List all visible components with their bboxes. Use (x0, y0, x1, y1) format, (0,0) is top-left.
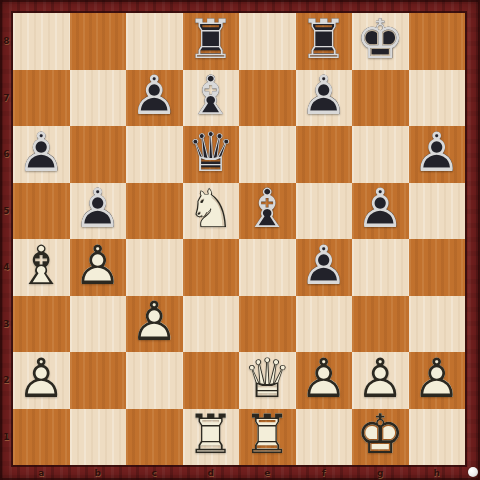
square-d1[interactable]: ♜♖ (183, 409, 240, 466)
file-label-f: f (296, 465, 353, 480)
square-h1[interactable] (409, 409, 466, 466)
square-f6[interactable] (296, 126, 353, 183)
square-b1[interactable] (70, 409, 127, 466)
file-label-a: a (13, 465, 70, 480)
piece-black-pawn[interactable]: ♟♙ (13, 126, 70, 183)
square-f4[interactable]: ♟♙ (296, 239, 353, 296)
square-g2[interactable]: ♟♙ (352, 352, 409, 409)
piece-black-pawn[interactable]: ♟♙ (352, 183, 409, 240)
file-label-c: c (126, 465, 183, 480)
square-h5[interactable] (409, 183, 466, 240)
square-d8[interactable]: ♜♖ (183, 13, 240, 70)
black-rook-outline: ♖ (296, 13, 353, 70)
piece-white-pawn[interactable]: ♟♙ (409, 352, 466, 409)
black-queen-outline: ♕ (183, 126, 240, 183)
square-c8[interactable] (126, 13, 183, 70)
square-f1[interactable] (296, 409, 353, 466)
piece-white-rook[interactable]: ♜♖ (183, 409, 240, 466)
file-label-h: h (409, 465, 466, 480)
piece-black-pawn[interactable]: ♟♙ (126, 70, 183, 127)
piece-black-pawn[interactable]: ♟♙ (296, 70, 353, 127)
white-pawn-outline: ♙ (70, 239, 127, 296)
piece-black-bishop[interactable]: ♝♗ (239, 183, 296, 240)
square-g3[interactable] (352, 296, 409, 353)
square-f2[interactable]: ♟♙ (296, 352, 353, 409)
piece-black-rook[interactable]: ♜♖ (183, 13, 240, 70)
white-queen-outline: ♕ (239, 352, 296, 409)
square-f5[interactable] (296, 183, 353, 240)
rank-label-6: 6 (0, 126, 13, 183)
rank-label-3: 3 (0, 296, 13, 353)
piece-white-knight[interactable]: ♞♘ (183, 183, 240, 240)
square-d4[interactable] (183, 239, 240, 296)
chessboard-frame: ♜♖♜♖♚♔♟♙♝♗♟♙♟♙♛♕♟♙♟♙♞♘♝♗♟♙♝♗♟♙♟♙♟♙♟♙♛♕♟♙… (0, 0, 480, 480)
square-e2[interactable]: ♛♕ (239, 352, 296, 409)
square-a1[interactable] (13, 409, 70, 466)
square-f3[interactable] (296, 296, 353, 353)
rank-label-4: 4 (0, 239, 13, 296)
white-pawn-outline: ♙ (409, 352, 466, 409)
piece-black-pawn[interactable]: ♟♙ (70, 183, 127, 240)
square-e5[interactable]: ♝♗ (239, 183, 296, 240)
square-f7[interactable]: ♟♙ (296, 70, 353, 127)
square-b7[interactable] (70, 70, 127, 127)
square-f8[interactable]: ♜♖ (296, 13, 353, 70)
square-e7[interactable] (239, 70, 296, 127)
piece-black-pawn[interactable]: ♟♙ (296, 239, 353, 296)
square-h4[interactable] (409, 239, 466, 296)
piece-white-pawn[interactable]: ♟♙ (296, 352, 353, 409)
black-pawn-outline: ♙ (126, 70, 183, 127)
white-to-move-indicator (468, 467, 478, 477)
square-a2[interactable]: ♟♙ (13, 352, 70, 409)
rank-labels: 87654321 (0, 13, 13, 465)
square-d3[interactable] (183, 296, 240, 353)
square-g4[interactable] (352, 239, 409, 296)
square-g1[interactable]: ♚♔ (352, 409, 409, 466)
file-label-d: d (183, 465, 240, 480)
square-b4[interactable]: ♟♙ (70, 239, 127, 296)
square-h2[interactable]: ♟♙ (409, 352, 466, 409)
black-pawn-outline: ♙ (409, 126, 466, 183)
file-labels: abcdefgh (13, 465, 465, 480)
square-h6[interactable]: ♟♙ (409, 126, 466, 183)
white-pawn-outline: ♙ (13, 352, 70, 409)
square-c4[interactable] (126, 239, 183, 296)
square-d2[interactable] (183, 352, 240, 409)
square-c7[interactable]: ♟♙ (126, 70, 183, 127)
file-label-e: e (239, 465, 296, 480)
piece-white-pawn[interactable]: ♟♙ (70, 239, 127, 296)
square-e6[interactable] (239, 126, 296, 183)
piece-white-pawn[interactable]: ♟♙ (126, 296, 183, 353)
square-h3[interactable] (409, 296, 466, 353)
square-b6[interactable] (70, 126, 127, 183)
square-a5[interactable] (13, 183, 70, 240)
black-pawn-outline: ♙ (13, 126, 70, 183)
black-pawn-outline: ♙ (352, 183, 409, 240)
square-d5[interactable]: ♞♘ (183, 183, 240, 240)
rank-label-1: 1 (0, 409, 13, 466)
piece-white-pawn[interactable]: ♟♙ (352, 352, 409, 409)
black-pawn-outline: ♙ (296, 70, 353, 127)
square-b2[interactable] (70, 352, 127, 409)
black-pawn-outline: ♙ (70, 183, 127, 240)
black-pawn-outline: ♙ (296, 239, 353, 296)
square-e1[interactable]: ♜♖ (239, 409, 296, 466)
square-g6[interactable] (352, 126, 409, 183)
rank-label-2: 2 (0, 352, 13, 409)
square-h7[interactable] (409, 70, 466, 127)
square-d7[interactable]: ♝♗ (183, 70, 240, 127)
square-b8[interactable] (70, 13, 127, 70)
square-c1[interactable] (126, 409, 183, 466)
square-h8[interactable] (409, 13, 466, 70)
square-c5[interactable] (126, 183, 183, 240)
file-label-g: g (352, 465, 409, 480)
square-a6[interactable]: ♟♙ (13, 126, 70, 183)
piece-white-rook[interactable]: ♜♖ (239, 409, 296, 466)
piece-black-rook[interactable]: ♜♖ (296, 13, 353, 70)
square-b5[interactable]: ♟♙ (70, 183, 127, 240)
white-pawn-outline: ♙ (352, 352, 409, 409)
white-pawn-outline: ♙ (126, 296, 183, 353)
piece-white-pawn[interactable]: ♟♙ (13, 352, 70, 409)
rank-label-8: 8 (0, 13, 13, 70)
file-label-b: b (70, 465, 127, 480)
square-g7[interactable] (352, 70, 409, 127)
white-knight-outline: ♘ (183, 183, 240, 240)
square-d6[interactable]: ♛♕ (183, 126, 240, 183)
black-bishop-outline: ♗ (183, 70, 240, 127)
black-bishop-outline: ♗ (239, 183, 296, 240)
square-e3[interactable] (239, 296, 296, 353)
square-b3[interactable] (70, 296, 127, 353)
square-c3[interactable]: ♟♙ (126, 296, 183, 353)
rank-label-5: 5 (0, 183, 13, 240)
board: ♜♖♜♖♚♔♟♙♝♗♟♙♟♙♛♕♟♙♟♙♞♘♝♗♟♙♝♗♟♙♟♙♟♙♟♙♛♕♟♙… (13, 13, 465, 465)
white-pawn-outline: ♙ (296, 352, 353, 409)
piece-white-king[interactable]: ♚♔ (352, 409, 409, 466)
square-e4[interactable] (239, 239, 296, 296)
white-bishop-outline: ♗ (13, 239, 70, 296)
white-king-outline: ♔ (352, 409, 409, 466)
square-e8[interactable] (239, 13, 296, 70)
square-a3[interactable] (13, 296, 70, 353)
black-rook-outline: ♖ (183, 13, 240, 70)
piece-black-king[interactable]: ♚♔ (352, 13, 409, 70)
white-rook-outline: ♖ (183, 409, 240, 466)
square-c2[interactable] (126, 352, 183, 409)
square-a4[interactable]: ♝♗ (13, 239, 70, 296)
piece-black-queen[interactable]: ♛♕ (183, 126, 240, 183)
square-c6[interactable] (126, 126, 183, 183)
square-a8[interactable] (13, 13, 70, 70)
square-g5[interactable]: ♟♙ (352, 183, 409, 240)
piece-white-bishop[interactable]: ♝♗ (13, 239, 70, 296)
black-king-outline: ♔ (352, 13, 409, 70)
white-rook-outline: ♖ (239, 409, 296, 466)
square-a7[interactable] (13, 70, 70, 127)
piece-white-queen[interactable]: ♛♕ (239, 352, 296, 409)
square-g8[interactable]: ♚♔ (352, 13, 409, 70)
piece-black-bishop[interactable]: ♝♗ (183, 70, 240, 127)
piece-black-pawn[interactable]: ♟♙ (409, 126, 466, 183)
rank-label-7: 7 (0, 70, 13, 127)
